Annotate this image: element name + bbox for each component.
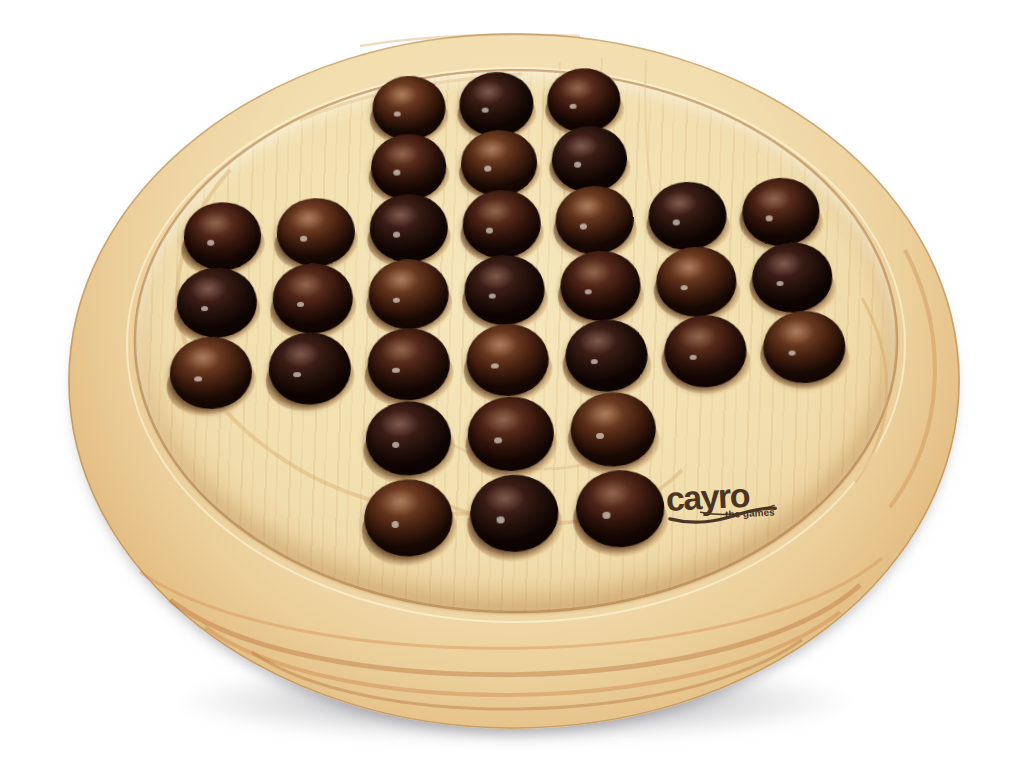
cell-r7c2 [248,491,357,578]
cell-r7c1 [140,495,253,582]
cell-r1c2 [276,91,366,152]
cell-r6c2 [253,413,359,495]
board-tilt-wrapper [0,0,1024,768]
cell-r1c7 [712,73,810,133]
cell-r6c7 [761,391,877,472]
marble-layer [0,0,1024,768]
cell-r6c1 [149,418,258,500]
cell-r1c1 [186,95,279,156]
product-photo: cayro the games [0,0,1024,768]
cell-r1c6 [625,76,720,136]
cell-r7c6 [669,472,786,559]
cell-r7c7 [773,468,893,555]
cell-r6c6 [661,396,773,477]
